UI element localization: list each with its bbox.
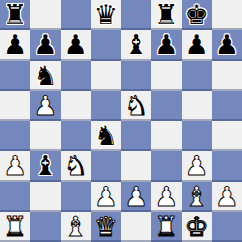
square-e5[interactable]: ♞ [121,91,151,121]
black-rook[interactable]: ♜ [154,0,178,30]
square-c6[interactable] [61,61,91,91]
square-f2[interactable]: ♟ [151,182,181,212]
square-h8[interactable] [212,0,242,30]
chess-board: ♜♛♜♚♟♟♟♝♟♟♟♞♟♞♞♟♝♞♟♟♟♟♝♟♜♝♛♜♚ [0,0,242,242]
black-knight[interactable]: ♞ [33,61,57,91]
square-f5[interactable] [151,91,181,121]
square-c3[interactable]: ♞ [61,151,91,181]
square-b1[interactable] [30,212,60,242]
square-c8[interactable] [61,0,91,30]
square-f4[interactable] [151,121,181,151]
square-h5[interactable] [212,91,242,121]
white-bishop[interactable]: ♝ [64,212,88,242]
white-knight[interactable]: ♞ [124,91,148,121]
square-f1[interactable]: ♜ [151,212,181,242]
square-f6[interactable] [151,61,181,91]
square-g1[interactable]: ♚ [182,212,212,242]
white-knight[interactable]: ♞ [64,151,88,181]
square-b4[interactable] [30,121,60,151]
square-d2[interactable]: ♟ [91,182,121,212]
square-h4[interactable] [212,121,242,151]
square-e8[interactable] [121,0,151,30]
square-b8[interactable] [30,0,60,30]
white-pawn[interactable]: ♟ [185,151,209,181]
square-b3[interactable]: ♝ [30,151,60,181]
white-queen[interactable]: ♛ [94,212,118,242]
black-bishop[interactable]: ♝ [33,151,57,181]
black-queen[interactable]: ♛ [94,0,118,30]
square-d6[interactable] [91,61,121,91]
square-h2[interactable]: ♟ [212,182,242,212]
square-h7[interactable]: ♟ [212,30,242,60]
white-rook[interactable]: ♜ [3,212,27,242]
white-pawn[interactable]: ♟ [33,91,57,121]
black-pawn[interactable]: ♟ [3,30,27,60]
square-d5[interactable] [91,91,121,121]
white-bishop[interactable]: ♝ [185,182,209,212]
square-a8[interactable]: ♜ [0,0,30,30]
square-d8[interactable]: ♛ [91,0,121,30]
white-pawn[interactable]: ♟ [94,182,118,212]
square-b2[interactable] [30,182,60,212]
white-rook[interactable]: ♜ [154,212,178,242]
black-pawn[interactable]: ♟ [64,30,88,60]
square-g5[interactable] [182,91,212,121]
square-a2[interactable] [0,182,30,212]
square-d1[interactable]: ♛ [91,212,121,242]
square-c2[interactable] [61,182,91,212]
square-a3[interactable]: ♟ [0,151,30,181]
white-pawn[interactable]: ♟ [124,182,148,212]
square-e3[interactable] [121,151,151,181]
square-g7[interactable]: ♟ [182,30,212,60]
square-d4[interactable]: ♞ [91,121,121,151]
black-bishop[interactable]: ♝ [124,30,148,60]
square-a5[interactable] [0,91,30,121]
square-a4[interactable] [0,121,30,151]
white-pawn[interactable]: ♟ [3,151,27,181]
square-c1[interactable]: ♝ [61,212,91,242]
square-f7[interactable]: ♟ [151,30,181,60]
square-b6[interactable]: ♞ [30,61,60,91]
square-g3[interactable]: ♟ [182,151,212,181]
square-e4[interactable] [121,121,151,151]
square-f3[interactable] [151,151,181,181]
square-b5[interactable]: ♟ [30,91,60,121]
black-king[interactable]: ♚ [185,0,209,30]
square-a1[interactable]: ♜ [0,212,30,242]
black-rook[interactable]: ♜ [3,0,27,30]
square-c5[interactable] [61,91,91,121]
white-pawn[interactable]: ♟ [215,182,239,212]
square-a6[interactable] [0,61,30,91]
white-king[interactable]: ♚ [185,212,209,242]
square-b7[interactable]: ♟ [30,30,60,60]
square-g8[interactable]: ♚ [182,0,212,30]
square-e1[interactable] [121,212,151,242]
square-g6[interactable] [182,61,212,91]
square-e2[interactable]: ♟ [121,182,151,212]
square-f8[interactable]: ♜ [151,0,181,30]
black-pawn[interactable]: ♟ [154,30,178,60]
square-a7[interactable]: ♟ [0,30,30,60]
square-h6[interactable] [212,61,242,91]
black-knight[interactable]: ♞ [94,121,118,151]
square-g2[interactable]: ♝ [182,182,212,212]
square-c4[interactable] [61,121,91,151]
square-h3[interactable] [212,151,242,181]
square-c7[interactable]: ♟ [61,30,91,60]
square-d3[interactable] [91,151,121,181]
square-e6[interactable] [121,61,151,91]
white-pawn[interactable]: ♟ [154,182,178,212]
black-pawn[interactable]: ♟ [185,30,209,60]
square-h1[interactable] [212,212,242,242]
square-d7[interactable] [91,30,121,60]
square-e7[interactable]: ♝ [121,30,151,60]
black-pawn[interactable]: ♟ [215,30,239,60]
square-g4[interactable] [182,121,212,151]
black-pawn[interactable]: ♟ [33,30,57,60]
